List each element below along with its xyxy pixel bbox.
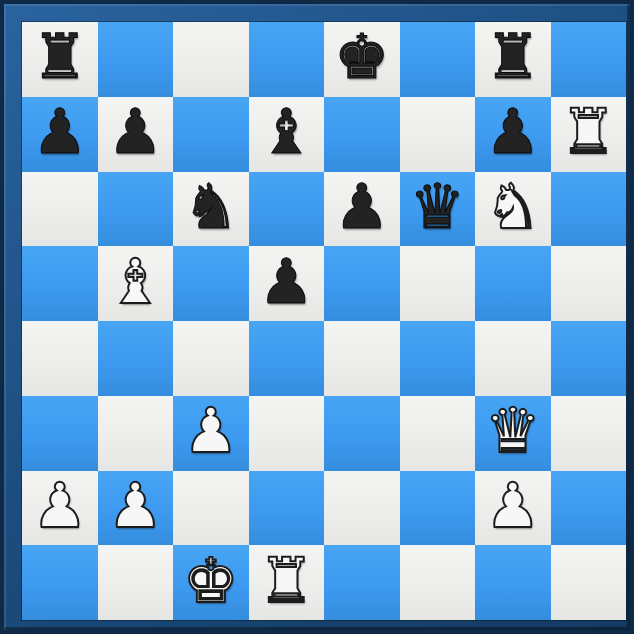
square-e5[interactable] (324, 246, 400, 321)
square-e2[interactable] (324, 471, 400, 546)
square-a3[interactable] (22, 396, 98, 471)
white-rook[interactable]: ♜ (258, 550, 314, 612)
white-queen[interactable]: ♛ (485, 400, 541, 462)
square-c4[interactable] (173, 321, 249, 396)
square-h8[interactable] (551, 22, 627, 97)
square-b5[interactable]: ♝ (98, 246, 174, 321)
square-g6[interactable]: ♞ (475, 172, 551, 247)
black-pawn[interactable]: ♟ (334, 176, 390, 238)
square-e3[interactable] (324, 396, 400, 471)
square-g2[interactable]: ♟ (475, 471, 551, 546)
square-d1[interactable]: ♜ (249, 545, 325, 620)
square-f3[interactable] (400, 396, 476, 471)
square-f5[interactable] (400, 246, 476, 321)
square-c7[interactable] (173, 97, 249, 172)
square-d5[interactable]: ♟ (249, 246, 325, 321)
square-a4[interactable] (22, 321, 98, 396)
square-b3[interactable] (98, 396, 174, 471)
square-h3[interactable] (551, 396, 627, 471)
square-d4[interactable] (249, 321, 325, 396)
white-pawn[interactable]: ♟ (107, 475, 163, 537)
chess-app: ♜♚♜♟♟♝♟♜♞♟♛♞♝♟♟♛♟♟♟♚♜ (0, 0, 634, 634)
square-a2[interactable]: ♟ (22, 471, 98, 546)
square-c1[interactable]: ♚ (173, 545, 249, 620)
black-queen[interactable]: ♛ (409, 176, 465, 238)
square-f1[interactable] (400, 545, 476, 620)
square-f4[interactable] (400, 321, 476, 396)
square-b6[interactable] (98, 172, 174, 247)
square-f6[interactable]: ♛ (400, 172, 476, 247)
square-f8[interactable] (400, 22, 476, 97)
square-g7[interactable]: ♟ (475, 97, 551, 172)
black-pawn[interactable]: ♟ (32, 101, 88, 163)
black-knight[interactable]: ♞ (183, 176, 239, 238)
square-e7[interactable] (324, 97, 400, 172)
square-c2[interactable] (173, 471, 249, 546)
square-b2[interactable]: ♟ (98, 471, 174, 546)
square-d3[interactable] (249, 396, 325, 471)
square-a7[interactable]: ♟ (22, 97, 98, 172)
square-c3[interactable]: ♟ (173, 396, 249, 471)
white-knight[interactable]: ♞ (485, 176, 541, 238)
white-pawn[interactable]: ♟ (32, 475, 88, 537)
square-g5[interactable] (475, 246, 551, 321)
square-c5[interactable] (173, 246, 249, 321)
square-a8[interactable]: ♜ (22, 22, 98, 97)
square-d8[interactable] (249, 22, 325, 97)
square-h5[interactable] (551, 246, 627, 321)
square-h6[interactable] (551, 172, 627, 247)
square-d6[interactable] (249, 172, 325, 247)
chess-board: ♜♚♜♟♟♝♟♜♞♟♛♞♝♟♟♛♟♟♟♚♜ (22, 22, 626, 620)
square-g3[interactable]: ♛ (475, 396, 551, 471)
square-a6[interactable] (22, 172, 98, 247)
black-bishop[interactable]: ♝ (258, 101, 314, 163)
white-pawn[interactable]: ♟ (183, 400, 239, 462)
white-rook[interactable]: ♜ (560, 101, 616, 163)
board-frame: ♜♚♜♟♟♝♟♜♞♟♛♞♝♟♟♛♟♟♟♚♜ (0, 0, 634, 634)
black-rook[interactable]: ♜ (485, 26, 541, 88)
square-a1[interactable] (22, 545, 98, 620)
square-g4[interactable] (475, 321, 551, 396)
square-e8[interactable]: ♚ (324, 22, 400, 97)
square-e6[interactable]: ♟ (324, 172, 400, 247)
square-e1[interactable] (324, 545, 400, 620)
square-b8[interactable] (98, 22, 174, 97)
black-king[interactable]: ♚ (334, 26, 390, 88)
square-c6[interactable]: ♞ (173, 172, 249, 247)
square-h7[interactable]: ♜ (551, 97, 627, 172)
square-b4[interactable] (98, 321, 174, 396)
white-king[interactable]: ♚ (183, 550, 239, 612)
square-b7[interactable]: ♟ (98, 97, 174, 172)
square-b1[interactable] (98, 545, 174, 620)
square-d2[interactable] (249, 471, 325, 546)
white-bishop[interactable]: ♝ (107, 251, 163, 313)
square-h2[interactable] (551, 471, 627, 546)
black-pawn[interactable]: ♟ (107, 101, 163, 163)
white-pawn[interactable]: ♟ (485, 475, 541, 537)
black-pawn[interactable]: ♟ (258, 251, 314, 313)
square-g8[interactable]: ♜ (475, 22, 551, 97)
square-f2[interactable] (400, 471, 476, 546)
black-rook[interactable]: ♜ (32, 26, 88, 88)
square-e4[interactable] (324, 321, 400, 396)
square-f7[interactable] (400, 97, 476, 172)
square-g1[interactable] (475, 545, 551, 620)
square-a5[interactable] (22, 246, 98, 321)
square-h4[interactable] (551, 321, 627, 396)
square-h1[interactable] (551, 545, 627, 620)
square-d7[interactable]: ♝ (249, 97, 325, 172)
black-pawn[interactable]: ♟ (485, 101, 541, 163)
square-c8[interactable] (173, 22, 249, 97)
